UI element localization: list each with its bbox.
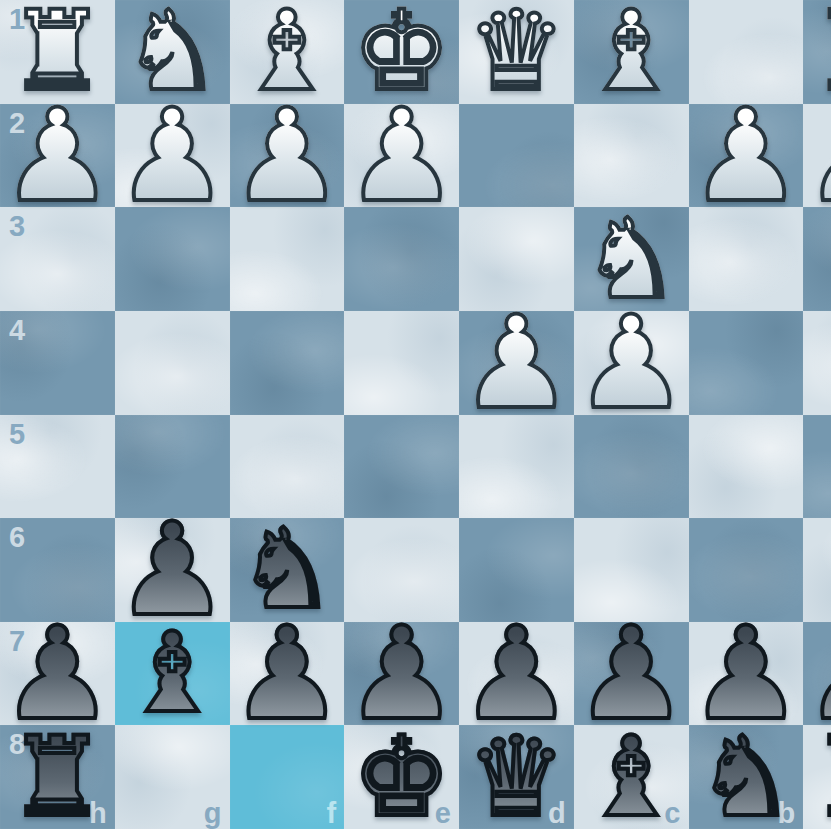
square-g4[interactable] (115, 311, 230, 415)
piece-black-bishop-c8[interactable]: ♝ (582, 726, 681, 829)
piece-black-rook-a8[interactable]: ♜ (811, 726, 831, 829)
piece-black-pawn-e7[interactable]: ♟ (344, 622, 459, 725)
piece-black-pawn-h7[interactable]: ♟ (0, 622, 115, 725)
square-e5[interactable] (344, 415, 459, 519)
chess-board-container: 1♜♞♝♚♛♝♜2♟♟♟♟♟♟3♞4♟♟56♟♞7♟♝♟♟♟♟♟♟8h♜gfe♚… (0, 0, 831, 829)
square-b2[interactable]: ♟ (689, 104, 804, 208)
square-e7[interactable]: ♟ (344, 622, 459, 726)
rank-label-6: 6 (9, 523, 25, 552)
piece-black-queen-d8[interactable]: ♛ (467, 726, 566, 829)
square-c4[interactable]: ♟ (574, 311, 689, 415)
piece-black-pawn-g6[interactable]: ♟ (115, 518, 230, 621)
square-c7[interactable]: ♟ (574, 622, 689, 726)
piece-black-pawn-c7[interactable]: ♟ (574, 622, 689, 725)
piece-black-pawn-f7[interactable]: ♟ (230, 622, 345, 725)
square-a4[interactable] (803, 311, 831, 415)
square-a7[interactable]: ♟ (803, 622, 831, 726)
piece-black-knight-b8[interactable]: ♞ (697, 726, 796, 829)
piece-white-pawn-f2[interactable]: ♟ (230, 104, 345, 207)
square-g2[interactable]: ♟ (115, 104, 230, 208)
square-d2[interactable] (459, 104, 574, 208)
piece-black-pawn-b7[interactable]: ♟ (689, 622, 804, 725)
piece-white-pawn-a2[interactable]: ♟ (803, 104, 831, 207)
square-c2[interactable] (574, 104, 689, 208)
square-f5[interactable] (230, 415, 345, 519)
square-b8[interactable]: b♞ (689, 725, 804, 829)
piece-white-pawn-h2[interactable]: ♟ (0, 104, 115, 207)
square-h5[interactable]: 5 (0, 415, 115, 519)
piece-black-pawn-a7[interactable]: ♟ (803, 622, 831, 725)
piece-black-king-e8[interactable]: ♚ (352, 726, 451, 829)
square-g6[interactable]: ♟ (115, 518, 230, 622)
square-a5[interactable] (803, 415, 831, 519)
piece-black-rook-h8[interactable]: ♜ (8, 726, 107, 829)
square-g8[interactable]: g (115, 725, 230, 829)
square-e4[interactable] (344, 311, 459, 415)
rank-label-5: 5 (9, 420, 25, 449)
piece-white-pawn-e2[interactable]: ♟ (344, 104, 459, 207)
square-d4[interactable]: ♟ (459, 311, 574, 415)
square-b4[interactable] (689, 311, 804, 415)
chess-board: 1♜♞♝♚♛♝♜2♟♟♟♟♟♟3♞4♟♟56♟♞7♟♝♟♟♟♟♟♟8h♜gfe♚… (0, 0, 831, 829)
piece-black-bishop-g7[interactable]: ♝ (123, 622, 222, 725)
piece-white-pawn-g2[interactable]: ♟ (115, 104, 230, 207)
square-f2[interactable]: ♟ (230, 104, 345, 208)
piece-white-pawn-b2[interactable]: ♟ (689, 104, 804, 207)
square-d7[interactable]: ♟ (459, 622, 574, 726)
file-label-g: g (204, 799, 222, 828)
square-b5[interactable] (689, 415, 804, 519)
square-c1[interactable]: ♝ (574, 0, 689, 104)
square-g7[interactable]: ♝ (115, 622, 230, 726)
square-h4[interactable]: 4 (0, 311, 115, 415)
square-d8[interactable]: d♛ (459, 725, 574, 829)
square-d1[interactable]: ♛ (459, 0, 574, 104)
square-a2[interactable]: ♟ (803, 104, 831, 208)
rank-label-4: 4 (9, 316, 25, 345)
square-h7[interactable]: 7♟ (0, 622, 115, 726)
piece-white-pawn-d4[interactable]: ♟ (459, 311, 574, 414)
file-label-f: f (327, 799, 337, 828)
square-b7[interactable]: ♟ (689, 622, 804, 726)
square-e2[interactable]: ♟ (344, 104, 459, 208)
piece-black-pawn-d7[interactable]: ♟ (459, 622, 574, 725)
piece-white-queen-d1[interactable]: ♛ (467, 0, 566, 103)
piece-white-pawn-c4[interactable]: ♟ (574, 311, 689, 414)
square-f7[interactable]: ♟ (230, 622, 345, 726)
square-f4[interactable] (230, 311, 345, 415)
square-h2[interactable]: 2♟ (0, 104, 115, 208)
square-c8[interactable]: c♝ (574, 725, 689, 829)
square-h8[interactable]: 8h♜ (0, 725, 115, 829)
piece-white-bishop-c1[interactable]: ♝ (582, 0, 681, 103)
square-e8[interactable]: e♚ (344, 725, 459, 829)
